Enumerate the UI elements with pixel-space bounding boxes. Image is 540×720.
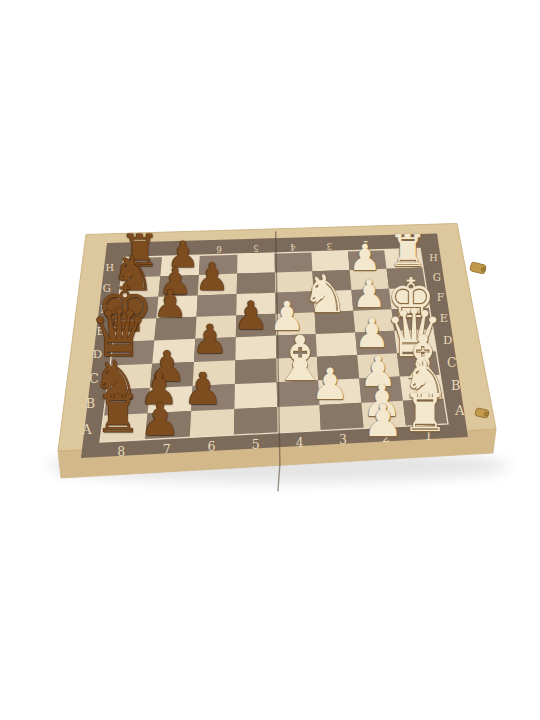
square-b6	[191, 384, 235, 411]
square-g7	[158, 275, 199, 297]
square-c5	[235, 358, 277, 384]
square-e6	[195, 315, 236, 339]
rank-label-top: 5	[253, 243, 258, 253]
rank-label-top: 7	[179, 245, 184, 255]
square-a4	[277, 405, 321, 433]
square-e1	[392, 308, 433, 331]
square-a1	[403, 399, 448, 426]
brass-clasp	[470, 262, 487, 274]
square-g5	[237, 272, 276, 294]
square-a3	[320, 403, 364, 431]
rank-label-top: 4	[290, 242, 295, 252]
square-g4	[275, 271, 314, 293]
square-e3	[315, 311, 356, 334]
square-b7	[148, 386, 193, 413]
square-e5	[236, 314, 276, 338]
square-e7	[154, 317, 196, 341]
square-c4	[276, 357, 318, 383]
square-c7	[150, 362, 194, 388]
rank-label-bottom: 8	[117, 444, 125, 459]
square-h4	[275, 252, 313, 273]
square-c8	[107, 364, 152, 390]
square-d6	[194, 337, 236, 362]
file-label-left: F	[100, 303, 107, 316]
square-c1	[397, 352, 440, 377]
square-f5	[236, 293, 275, 316]
square-g6	[198, 274, 237, 296]
file-label-right: H	[429, 252, 438, 263]
square-h1	[384, 249, 423, 269]
square-g1	[387, 268, 427, 289]
file-label-right: F	[437, 291, 444, 304]
rank-label-top: 3	[327, 241, 332, 251]
square-a2	[361, 401, 406, 429]
square-d1	[394, 329, 436, 353]
square-f8	[116, 297, 158, 320]
file-label-right: A	[454, 403, 465, 418]
file-label-right: E	[440, 312, 448, 325]
square-f3	[314, 290, 354, 312]
rank-label-bottom: 1	[425, 428, 433, 443]
square-a5	[234, 407, 278, 435]
file-label-left: B	[86, 396, 95, 411]
file-label-left: D	[93, 347, 102, 361]
square-a8	[100, 413, 148, 442]
square-a7	[145, 411, 191, 440]
square-h5	[237, 253, 275, 274]
square-e8	[113, 318, 156, 342]
square-d4	[276, 334, 317, 358]
square-d2	[355, 331, 397, 355]
rank-label-bottom: 4	[296, 435, 304, 450]
file-label-left: H	[105, 262, 114, 273]
square-b4	[277, 380, 320, 407]
square-a6	[190, 409, 235, 437]
rank-label-top: 2	[363, 239, 368, 249]
square-g8	[119, 276, 161, 298]
file-label-left: G	[103, 282, 111, 294]
chess-board: 88HH77GG66FF55EE44DD33CC22BB11AA	[0, 0, 540, 720]
square-h3	[311, 251, 349, 272]
rank-label-top: 8	[141, 246, 146, 256]
square-b2	[359, 377, 403, 403]
file-label-right: C	[447, 356, 456, 370]
rank-label-top: 1	[399, 238, 404, 248]
square-f4	[275, 291, 314, 313]
rank-label-bottom: 7	[163, 442, 171, 457]
square-f1	[389, 287, 430, 309]
square-g2	[350, 269, 389, 290]
square-b5	[234, 382, 277, 409]
square-f7	[156, 295, 197, 318]
file-label-left: A	[81, 422, 92, 437]
square-e4	[276, 312, 316, 335]
file-label-left: C	[89, 372, 98, 386]
square-d5	[235, 336, 276, 361]
file-label-right: D	[443, 333, 452, 347]
square-f6	[197, 294, 237, 317]
square-d7	[152, 339, 195, 364]
rank-label-bottom: 3	[339, 432, 347, 447]
square-h7	[160, 255, 200, 276]
file-label-right: B	[451, 378, 460, 393]
square-f2	[351, 289, 391, 311]
square-c6	[193, 360, 236, 386]
file-label-right: G	[433, 271, 441, 283]
square-e2	[353, 309, 394, 332]
square-g3	[312, 270, 351, 291]
rank-label-bottom: 2	[382, 430, 390, 445]
rank-label-bottom: 6	[207, 439, 215, 454]
square-h2	[348, 250, 387, 270]
product-photo: 88HH77GG66FF55EE44DD33CC22BB11AA ♜♜♟♟♞♟♟…	[0, 0, 540, 720]
square-c2	[357, 353, 400, 378]
square-h8	[121, 256, 162, 277]
file-label-left: E	[97, 325, 105, 338]
square-c3	[317, 355, 359, 380]
square-b8	[104, 388, 150, 415]
rank-label-top: 6	[216, 244, 221, 254]
rank-label-bottom: 5	[252, 437, 260, 452]
square-h6	[199, 254, 238, 275]
square-d3	[316, 332, 357, 356]
square-d8	[110, 341, 154, 366]
square-b3	[318, 378, 361, 405]
square-b1	[400, 375, 444, 401]
